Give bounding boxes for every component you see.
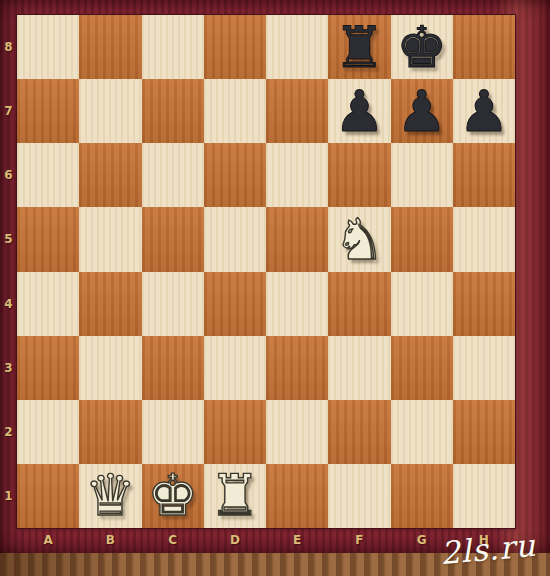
square-h4[interactable] xyxy=(453,272,515,336)
rank-label-1: 1 xyxy=(0,464,17,528)
square-b5[interactable] xyxy=(79,207,141,271)
square-a7[interactable] xyxy=(17,79,79,143)
square-b8[interactable] xyxy=(79,15,141,79)
square-d7[interactable] xyxy=(204,79,266,143)
square-c4[interactable] xyxy=(142,272,204,336)
rank-label-5: 5 xyxy=(0,207,17,271)
square-g6[interactable] xyxy=(391,143,453,207)
square-f7[interactable]: ♟ xyxy=(328,79,390,143)
square-f4[interactable] xyxy=(328,272,390,336)
piece-black-pawn-g7: ♟ xyxy=(396,83,447,140)
piece-white-queen-b1: ♛ xyxy=(85,467,136,524)
file-label-b: B xyxy=(79,528,141,551)
square-c6[interactable] xyxy=(142,143,204,207)
rank-label-4: 4 xyxy=(0,272,17,336)
square-f6[interactable] xyxy=(328,143,390,207)
square-g4[interactable] xyxy=(391,272,453,336)
square-e8[interactable] xyxy=(266,15,328,79)
square-d3[interactable] xyxy=(204,336,266,400)
square-e6[interactable] xyxy=(266,143,328,207)
file-label-a: A xyxy=(17,528,79,551)
square-c2[interactable] xyxy=(142,400,204,464)
square-h7[interactable]: ♟ xyxy=(453,79,515,143)
square-g3[interactable] xyxy=(391,336,453,400)
square-d5[interactable] xyxy=(204,207,266,271)
rank-labels: 87654321 xyxy=(0,15,17,528)
chess-board: ♜♚♟♟♟♞♛♚♜ xyxy=(17,15,515,528)
file-label-f: F xyxy=(328,528,390,551)
piece-black-pawn-h7: ♟ xyxy=(458,83,509,140)
square-e7[interactable] xyxy=(266,79,328,143)
rank-label-8: 8 xyxy=(0,15,17,79)
square-g5[interactable] xyxy=(391,207,453,271)
file-label-e: E xyxy=(266,528,328,551)
square-h6[interactable] xyxy=(453,143,515,207)
square-e3[interactable] xyxy=(266,336,328,400)
rank-label-2: 2 xyxy=(0,400,17,464)
piece-black-pawn-f7: ♟ xyxy=(334,83,385,140)
square-b4[interactable] xyxy=(79,272,141,336)
piece-black-rook-f8: ♜ xyxy=(334,19,385,76)
file-label-d: D xyxy=(204,528,266,551)
chess-diagram: 87654321 ♜♚♟♟♟♞♛♚♜ ABCDEFGH 2ls.ru xyxy=(0,0,550,576)
square-d2[interactable] xyxy=(204,400,266,464)
square-b3[interactable] xyxy=(79,336,141,400)
square-h2[interactable] xyxy=(453,400,515,464)
square-g2[interactable] xyxy=(391,400,453,464)
square-g7[interactable]: ♟ xyxy=(391,79,453,143)
square-e2[interactable] xyxy=(266,400,328,464)
square-a3[interactable] xyxy=(17,336,79,400)
square-a6[interactable] xyxy=(17,143,79,207)
piece-black-king-g8: ♚ xyxy=(396,19,447,76)
square-a8[interactable] xyxy=(17,15,79,79)
square-f3[interactable] xyxy=(328,336,390,400)
square-h1[interactable] xyxy=(453,464,515,528)
square-h5[interactable] xyxy=(453,207,515,271)
square-h8[interactable] xyxy=(453,15,515,79)
square-e4[interactable] xyxy=(266,272,328,336)
square-c5[interactable] xyxy=(142,207,204,271)
square-c3[interactable] xyxy=(142,336,204,400)
square-c8[interactable] xyxy=(142,15,204,79)
square-f2[interactable] xyxy=(328,400,390,464)
square-f8[interactable]: ♜ xyxy=(328,15,390,79)
square-g8[interactable]: ♚ xyxy=(391,15,453,79)
square-f1[interactable] xyxy=(328,464,390,528)
rank-label-7: 7 xyxy=(0,79,17,143)
square-d8[interactable] xyxy=(204,15,266,79)
square-b2[interactable] xyxy=(79,400,141,464)
square-b7[interactable] xyxy=(79,79,141,143)
piece-white-knight-f5: ♞ xyxy=(334,211,385,268)
square-h3[interactable] xyxy=(453,336,515,400)
rank-label-6: 6 xyxy=(0,143,17,207)
square-b1[interactable]: ♛ xyxy=(79,464,141,528)
file-label-c: C xyxy=(142,528,204,551)
square-c1[interactable]: ♚ xyxy=(142,464,204,528)
square-d1[interactable]: ♜ xyxy=(204,464,266,528)
square-a5[interactable] xyxy=(17,207,79,271)
square-d4[interactable] xyxy=(204,272,266,336)
piece-white-king-c1: ♚ xyxy=(147,467,198,524)
square-e1[interactable] xyxy=(266,464,328,528)
rank-label-3: 3 xyxy=(0,336,17,400)
square-c7[interactable] xyxy=(142,79,204,143)
square-f5[interactable]: ♞ xyxy=(328,207,390,271)
square-e5[interactable] xyxy=(266,207,328,271)
square-a2[interactable] xyxy=(17,400,79,464)
square-g1[interactable] xyxy=(391,464,453,528)
piece-white-rook-d1: ♜ xyxy=(209,467,260,524)
square-a1[interactable] xyxy=(17,464,79,528)
square-a4[interactable] xyxy=(17,272,79,336)
square-d6[interactable] xyxy=(204,143,266,207)
square-b6[interactable] xyxy=(79,143,141,207)
